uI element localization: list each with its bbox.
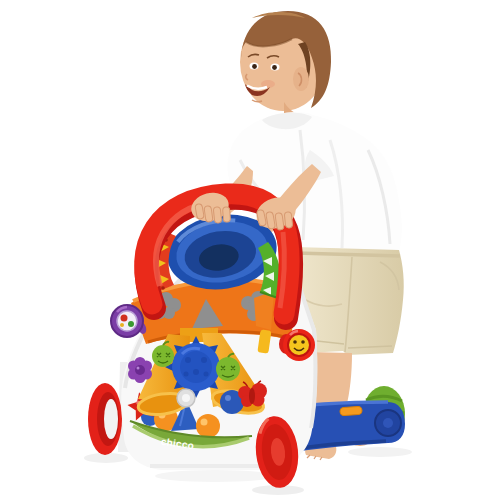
beam-orange-button — [340, 406, 363, 416]
flower-knob — [128, 357, 152, 383]
product-photo: chicco — [0, 0, 500, 500]
scene-illustration: chicco — [0, 0, 500, 500]
panel-hole — [177, 389, 195, 407]
